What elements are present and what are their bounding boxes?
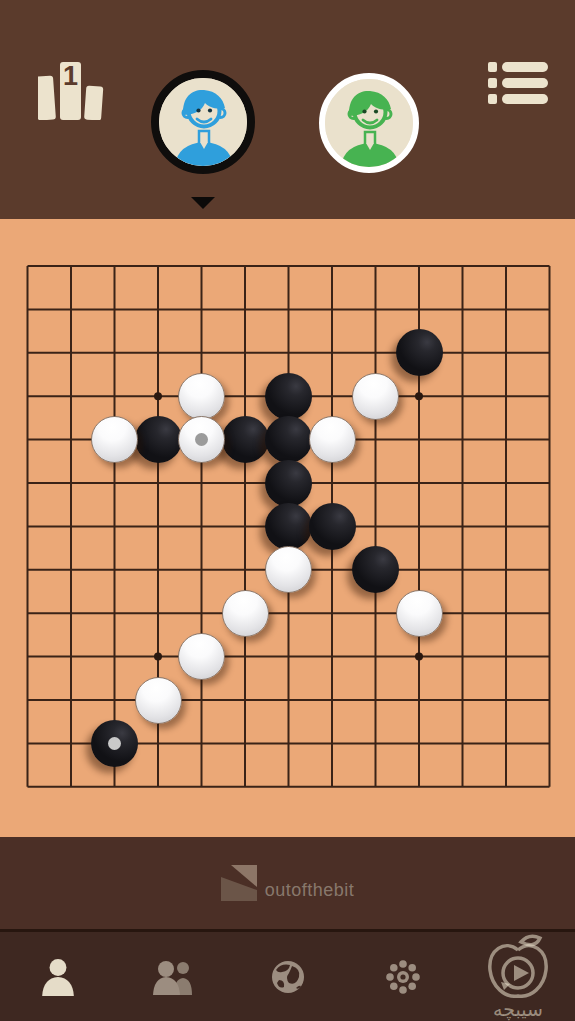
player-black-avatar[interactable]: [151, 70, 255, 174]
gear-icon: [383, 957, 423, 997]
stone-black: [265, 416, 312, 463]
stone-black: [396, 329, 443, 376]
stone-white: [352, 373, 399, 420]
brand-band: outofthebit: [0, 837, 575, 929]
apple-play-watermark-icon: [483, 932, 553, 998]
stone-white: [309, 416, 356, 463]
stone-white: [178, 373, 225, 420]
stone-black: [265, 373, 312, 420]
header: 1: [0, 0, 575, 219]
nav-item-online[interactable]: [230, 932, 345, 1021]
rank-value: 1: [60, 63, 81, 90]
menu-list-icon: [488, 62, 548, 106]
stone-white: [135, 677, 182, 724]
app-screen: 1: [0, 0, 575, 1021]
stone-black: [265, 503, 312, 550]
globe-icon: [268, 957, 308, 997]
person-icon: [39, 958, 77, 996]
watermark-sibche: سیبچه: [480, 932, 556, 1020]
watermark-text: سیبچه: [480, 998, 556, 1020]
menu-button[interactable]: [488, 62, 548, 106]
person-avatar-green-icon: [325, 79, 413, 167]
turn-indicator-arrow: [191, 197, 215, 209]
nav-item-settings[interactable]: [345, 932, 460, 1021]
stone-black: [135, 416, 182, 463]
people-icon: [150, 958, 196, 996]
outofthebit-logo: outofthebit: [221, 865, 355, 901]
stone-white: [178, 633, 225, 680]
stone-white: [396, 590, 443, 637]
rank-button[interactable]: 1: [38, 62, 104, 120]
stone-white: [91, 416, 138, 463]
brand-text: outofthebit: [265, 881, 355, 901]
stone-black: [222, 416, 269, 463]
person-avatar-blue-icon: [159, 78, 247, 166]
stone-black: [265, 460, 312, 507]
outofthebit-mark-icon: [221, 865, 257, 901]
stone-black: [91, 720, 138, 767]
stone-black: [352, 546, 399, 593]
go-board[interactable]: [0, 219, 575, 837]
stone-white: [222, 590, 269, 637]
stone-white: [265, 546, 312, 593]
player-white-avatar[interactable]: [319, 73, 419, 173]
nav-item-profile[interactable]: [0, 932, 115, 1021]
stone-white: [178, 416, 225, 463]
stone-black: [309, 503, 356, 550]
nav-item-friends[interactable]: [115, 932, 230, 1021]
